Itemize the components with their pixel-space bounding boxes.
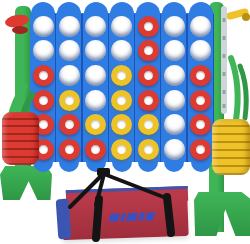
bag-handle-knot bbox=[97, 168, 110, 176]
bag-straps bbox=[0, 0, 250, 244]
product-photo-giant-connect-four bbox=[0, 0, 250, 244]
bag-logo bbox=[108, 211, 155, 223]
bag-webbing-strap bbox=[96, 199, 99, 238]
bag-handle-strap bbox=[104, 174, 166, 198]
bag-webbing-strap bbox=[167, 197, 171, 233]
